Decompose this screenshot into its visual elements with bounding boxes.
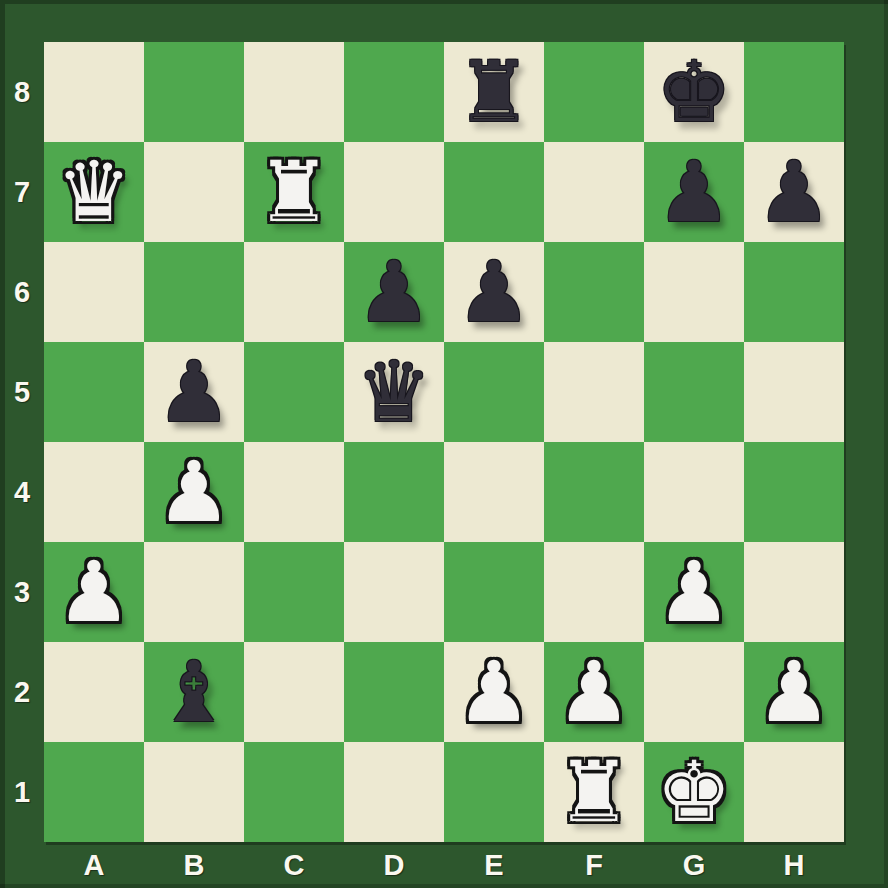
piece-white-rook[interactable]: ♜	[544, 742, 644, 842]
square-c6[interactable]	[244, 242, 344, 342]
square-h7[interactable]: ♟	[744, 142, 844, 242]
square-d1[interactable]	[344, 742, 444, 842]
piece-white-pawn[interactable]: ♟	[144, 442, 244, 542]
square-b3[interactable]	[144, 542, 244, 642]
square-e2[interactable]: ♟	[444, 642, 544, 742]
square-e7[interactable]	[444, 142, 544, 242]
square-c5[interactable]	[244, 342, 344, 442]
rank-label-2: 2	[0, 642, 44, 742]
square-f6[interactable]	[544, 242, 644, 342]
piece-black-pawn[interactable]: ♟	[344, 242, 444, 342]
rank-labels: 87654321	[0, 42, 44, 842]
square-c4[interactable]	[244, 442, 344, 542]
square-f2[interactable]: ♟	[544, 642, 644, 742]
square-b1[interactable]	[144, 742, 244, 842]
file-label-b: B	[144, 842, 244, 888]
file-label-h: H	[744, 842, 844, 888]
square-d6[interactable]: ♟	[344, 242, 444, 342]
square-e6[interactable]: ♟	[444, 242, 544, 342]
square-a7[interactable]: ♛	[44, 142, 144, 242]
square-h4[interactable]	[744, 442, 844, 542]
square-g4[interactable]	[644, 442, 744, 542]
rank-label-6: 6	[0, 242, 44, 342]
square-g1[interactable]: ♚	[644, 742, 744, 842]
square-a6[interactable]	[44, 242, 144, 342]
rank-label-8: 8	[0, 42, 44, 142]
piece-black-pawn[interactable]: ♟	[644, 142, 744, 242]
square-b5[interactable]: ♟	[144, 342, 244, 442]
board: ♜♚♛♜♟♟♟♟♟♛♟♟♟♝♟♟♟♜♚	[44, 42, 844, 842]
square-e5[interactable]	[444, 342, 544, 442]
file-label-d: D	[344, 842, 444, 888]
square-b2[interactable]: ♝	[144, 642, 244, 742]
square-g3[interactable]: ♟	[644, 542, 744, 642]
file-labels: ABCDEFGH	[44, 842, 844, 888]
square-a5[interactable]	[44, 342, 144, 442]
square-d3[interactable]	[344, 542, 444, 642]
square-g6[interactable]	[644, 242, 744, 342]
square-a8[interactable]	[44, 42, 144, 142]
square-c8[interactable]	[244, 42, 344, 142]
file-label-f: F	[544, 842, 644, 888]
square-e3[interactable]	[444, 542, 544, 642]
square-h1[interactable]	[744, 742, 844, 842]
board-frame: 87654321 ♜♚♛♜♟♟♟♟♟♛♟♟♟♝♟♟♟♜♚ ABCDEFGH	[0, 0, 888, 888]
piece-black-rook[interactable]: ♜	[444, 42, 544, 142]
square-e4[interactable]	[444, 442, 544, 542]
square-a1[interactable]	[44, 742, 144, 842]
square-h2[interactable]: ♟	[744, 642, 844, 742]
square-a3[interactable]: ♟	[44, 542, 144, 642]
piece-white-rook[interactable]: ♜	[244, 142, 344, 242]
piece-black-pawn[interactable]: ♟	[744, 142, 844, 242]
square-b8[interactable]	[144, 42, 244, 142]
square-d8[interactable]	[344, 42, 444, 142]
piece-white-king[interactable]: ♚	[644, 742, 744, 842]
file-label-a: A	[44, 842, 144, 888]
square-d7[interactable]	[344, 142, 444, 242]
square-e8[interactable]: ♜	[444, 42, 544, 142]
square-c1[interactable]	[244, 742, 344, 842]
rank-label-5: 5	[0, 342, 44, 442]
rank-label-3: 3	[0, 542, 44, 642]
square-g8[interactable]: ♚	[644, 42, 744, 142]
square-h3[interactable]	[744, 542, 844, 642]
rank-label-7: 7	[0, 142, 44, 242]
square-c3[interactable]	[244, 542, 344, 642]
square-g5[interactable]	[644, 342, 744, 442]
file-label-g: G	[644, 842, 744, 888]
square-h6[interactable]	[744, 242, 844, 342]
square-f4[interactable]	[544, 442, 644, 542]
piece-white-pawn[interactable]: ♟	[644, 542, 744, 642]
piece-black-pawn[interactable]: ♟	[144, 342, 244, 442]
square-d4[interactable]	[344, 442, 444, 542]
piece-black-bishop[interactable]: ♝	[144, 642, 244, 742]
square-f7[interactable]	[544, 142, 644, 242]
square-f1[interactable]: ♜	[544, 742, 644, 842]
square-g7[interactable]: ♟	[644, 142, 744, 242]
square-b7[interactable]	[144, 142, 244, 242]
square-f8[interactable]	[544, 42, 644, 142]
piece-white-pawn[interactable]: ♟	[544, 642, 644, 742]
square-f3[interactable]	[544, 542, 644, 642]
piece-white-pawn[interactable]: ♟	[44, 542, 144, 642]
square-a2[interactable]	[44, 642, 144, 742]
piece-white-queen[interactable]: ♛	[44, 142, 144, 242]
square-f5[interactable]	[544, 342, 644, 442]
square-d2[interactable]	[344, 642, 444, 742]
piece-white-pawn[interactable]: ♟	[744, 642, 844, 742]
piece-black-king[interactable]: ♚	[644, 42, 744, 142]
square-h5[interactable]	[744, 342, 844, 442]
piece-white-pawn[interactable]: ♟	[444, 642, 544, 742]
piece-black-queen[interactable]: ♛	[344, 342, 444, 442]
rank-label-4: 4	[0, 442, 44, 542]
square-b6[interactable]	[144, 242, 244, 342]
rank-label-1: 1	[0, 742, 44, 842]
square-d5[interactable]: ♛	[344, 342, 444, 442]
square-h8[interactable]	[744, 42, 844, 142]
square-c2[interactable]	[244, 642, 344, 742]
square-g2[interactable]	[644, 642, 744, 742]
square-b4[interactable]: ♟	[144, 442, 244, 542]
piece-black-pawn[interactable]: ♟	[444, 242, 544, 342]
square-c7[interactable]: ♜	[244, 142, 344, 242]
file-label-c: C	[244, 842, 344, 888]
file-label-e: E	[444, 842, 544, 888]
square-e1[interactable]	[444, 742, 544, 842]
square-a4[interactable]	[44, 442, 144, 542]
